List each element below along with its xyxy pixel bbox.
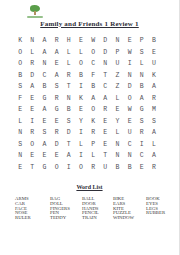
grid-cell: B [14, 70, 26, 82]
grid-cell: D [63, 127, 75, 139]
grid-cell: E [99, 127, 111, 139]
grid-cell: E [38, 150, 50, 162]
grid-cell: E [14, 162, 26, 174]
grid-cell: S [14, 139, 26, 151]
grid-cell: E [26, 93, 38, 105]
grid-cell: K [87, 116, 99, 128]
grid-cell: L [63, 47, 75, 59]
word-list-heading: Word List [0, 184, 179, 190]
grid-cell: N [136, 70, 148, 82]
grid-cell: L [148, 139, 160, 151]
grid-cell: O [75, 58, 87, 70]
grid-cell: U [148, 58, 160, 70]
grid-cell: A [38, 47, 50, 59]
grid-cell: N [111, 139, 123, 151]
grid-cell: E [26, 104, 38, 116]
grid-cell: E [75, 104, 87, 116]
grid-cell: S [136, 116, 148, 128]
grid-cell: L [136, 58, 148, 70]
grid-cell: G [38, 162, 50, 174]
grid-cell: B [148, 35, 160, 47]
grid-cell: E [75, 35, 87, 47]
grid-cell: A [148, 81, 160, 93]
grid-cell: I [75, 127, 87, 139]
grid-cell: O [14, 47, 26, 59]
grid-cell: R [136, 127, 148, 139]
grid-cell: A [38, 35, 50, 47]
grid-cell: R [87, 127, 99, 139]
grid-cell: E [99, 139, 111, 151]
grid-cell: E [14, 104, 26, 116]
grid-cell: K [75, 93, 87, 105]
grid-cell: G [51, 104, 63, 116]
grid-cell: N [124, 70, 136, 82]
grid-cell: O [26, 139, 38, 151]
grid-cell: D [99, 47, 111, 59]
grid-cell: R [51, 127, 63, 139]
grid-cell: A [63, 150, 75, 162]
grid-cell: N [14, 150, 26, 162]
grid-cell: B [124, 162, 136, 174]
grid-cell: R [51, 93, 63, 105]
grid-cell: A [148, 127, 160, 139]
grid-cell: S [38, 127, 50, 139]
grid-cell: F [14, 93, 26, 105]
grid-cell: A [136, 93, 148, 105]
grid-cell: T [63, 81, 75, 93]
grid-cell: E [111, 104, 123, 116]
grid-cell: D [26, 70, 38, 82]
grid-cell: A [26, 81, 38, 93]
grid-cell: I [26, 116, 38, 128]
grid-cell: L [111, 127, 123, 139]
grid-cell: K [148, 70, 160, 82]
grid-cell: L [87, 150, 99, 162]
grid-cell: O [51, 162, 63, 174]
grid-cell: E [51, 116, 63, 128]
grid-cell: C [124, 139, 136, 151]
grid-cell: C [38, 70, 50, 82]
grid-cell: I [136, 139, 148, 151]
grid-cell: R [148, 162, 160, 174]
grid-cell: W [124, 104, 136, 116]
grid-cell: N [38, 58, 50, 70]
grid-cell: U [111, 58, 123, 70]
grid-cell: R [51, 35, 63, 47]
grid-cell: O [75, 162, 87, 174]
grid-cell: G [136, 104, 148, 116]
grid-cell: N [111, 150, 123, 162]
grid-cell: O [87, 47, 99, 59]
grid-cell: R [26, 127, 38, 139]
grid-cell: P [111, 47, 123, 59]
grid-cell: A [148, 150, 160, 162]
grid-cell: I [124, 58, 136, 70]
grid-cell: H [63, 35, 75, 47]
grid-cell: O [124, 93, 136, 105]
grid-cell: I [75, 150, 87, 162]
word-item: RUBBER [146, 211, 167, 216]
grid-cell: B [87, 81, 99, 93]
logo-caption [27, 16, 43, 18]
grid-cell: E [38, 116, 50, 128]
grid-cell: R [63, 70, 75, 82]
word-item: TRAIN [82, 216, 113, 221]
tree-trunk-icon [34, 11, 36, 15]
grid-cell: P [136, 35, 148, 47]
grid-cell: I [75, 81, 87, 93]
grid-cell: O [14, 58, 26, 70]
grid-cell: B [38, 81, 50, 93]
grid-cell: W [87, 35, 99, 47]
grid-cell: A [51, 70, 63, 82]
grid-cell: S [148, 116, 160, 128]
grid-cell: T [63, 139, 75, 151]
grid-cell: B [136, 81, 148, 93]
grid-cell: S [14, 81, 26, 93]
grid-cell: S [63, 116, 75, 128]
publisher-logo [27, 5, 43, 21]
grid-cell: C [99, 81, 111, 93]
worksheet-page: { "game": "word-search", "title": "Famil… [0, 0, 180, 255]
grid-cell: E [148, 47, 160, 59]
word-item: WINDOW [113, 216, 146, 221]
grid-cell: I [63, 162, 75, 174]
grid-cell: F [87, 70, 99, 82]
grid-cell: B [75, 70, 87, 82]
grid-cell: N [26, 35, 38, 47]
grid-cell: N [111, 35, 123, 47]
grid-cell: L [26, 47, 38, 59]
grid-cell: N [99, 58, 111, 70]
grid-cell: B [63, 104, 75, 116]
grid-cell: U [124, 127, 136, 139]
grid-cell: N [124, 150, 136, 162]
grid-cell: L [75, 139, 87, 151]
grid-cell: L [75, 47, 87, 59]
grid-cell: S [51, 81, 63, 93]
grid-cell: A [99, 93, 111, 105]
grid-cell: Y [75, 116, 87, 128]
grid-cell: R [148, 93, 160, 105]
word-item: RULER [15, 216, 50, 221]
grid-cell: N [14, 127, 26, 139]
grid-cell: T [26, 162, 38, 174]
grid-cell: K [14, 35, 26, 47]
grid-cell: A [87, 93, 99, 105]
grid-cell: O [87, 104, 99, 116]
grid-cell: E [51, 58, 63, 70]
grid-cell: R [26, 58, 38, 70]
wordsearch-grid: KNARHEWDNEPBOLAALLODPWSEORNELOCNUILUBDCA… [14, 35, 160, 173]
grid-cell: L [63, 58, 75, 70]
grid-cell: G [38, 93, 50, 105]
word-list: ARMSBAGBALLBIKEBOOKCARDOLLDOOREARSEYESFA… [15, 197, 167, 221]
grid-cell: C [87, 58, 99, 70]
grid-cell: A [38, 139, 50, 151]
grid-cell: S [136, 47, 148, 59]
word-item: TEDDY [50, 216, 82, 221]
grid-cell: Z [111, 70, 123, 82]
grid-cell: P [87, 139, 99, 151]
grid-cell: C [136, 150, 148, 162]
grid-cell: R [87, 162, 99, 174]
grid-cell: T [99, 150, 111, 162]
grid-cell: D [99, 35, 111, 47]
grid-cell: L [14, 116, 26, 128]
grid-cell: L [111, 93, 123, 105]
grid-cell: T [99, 70, 111, 82]
grid-cell: D [124, 81, 136, 93]
grid-cell: A [38, 104, 50, 116]
grid-cell: E [136, 162, 148, 174]
grid-cell: W [124, 47, 136, 59]
grid-cell: U [99, 162, 111, 174]
grid-cell: E [124, 116, 136, 128]
grid-cell: A [51, 47, 63, 59]
grid-cell: Z [111, 81, 123, 93]
grid-cell: E [124, 35, 136, 47]
grid-cell: N [63, 93, 75, 105]
grid-cell: D [51, 139, 63, 151]
page-title: Family and Friends 1 Review 1 [0, 20, 179, 28]
grid-cell: R [99, 104, 111, 116]
grid-cell: M [148, 104, 160, 116]
grid-cell: Y [111, 116, 123, 128]
grid-cell: B [111, 162, 123, 174]
grid-cell: E [51, 150, 63, 162]
grid-cell: E [99, 116, 111, 128]
grid-cell: E [26, 150, 38, 162]
